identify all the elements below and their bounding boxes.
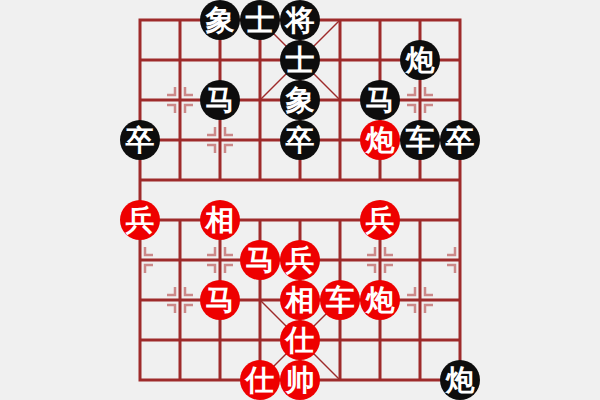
piece-black-soldier[interactable]: 卒 xyxy=(440,120,480,160)
piece-black-general[interactable]: 将 xyxy=(280,0,320,40)
piece-red-soldier[interactable]: 兵 xyxy=(280,240,320,280)
piece-black-soldier[interactable]: 卒 xyxy=(120,120,160,160)
piece-red-chariot[interactable]: 车 xyxy=(320,280,360,320)
xiangqi-board: 象士将士炮马象马卒卒炮车卒兵相兵马兵马相车炮仕仕帅炮 xyxy=(0,0,600,400)
piece-red-advisor[interactable]: 仕 xyxy=(280,320,320,360)
piece-red-cannon[interactable]: 炮 xyxy=(360,280,400,320)
piece-black-horse[interactable]: 马 xyxy=(360,80,400,120)
piece-black-horse[interactable]: 马 xyxy=(200,80,240,120)
piece-red-elephant[interactable]: 相 xyxy=(200,200,240,240)
piece-black-advisor[interactable]: 士 xyxy=(280,40,320,80)
piece-black-cannon[interactable]: 炮 xyxy=(400,40,440,80)
piece-red-horse[interactable]: 马 xyxy=(200,280,240,320)
piece-black-cannon[interactable]: 炮 xyxy=(440,360,480,400)
piece-red-cannon[interactable]: 炮 xyxy=(360,120,400,160)
piece-black-elephant[interactable]: 象 xyxy=(200,0,240,40)
piece-black-elephant[interactable]: 象 xyxy=(280,80,320,120)
piece-red-advisor[interactable]: 仕 xyxy=(240,360,280,400)
piece-black-advisor[interactable]: 士 xyxy=(240,0,280,40)
piece-red-soldier[interactable]: 兵 xyxy=(360,200,400,240)
piece-red-horse[interactable]: 马 xyxy=(240,240,280,280)
piece-black-soldier[interactable]: 卒 xyxy=(280,120,320,160)
piece-red-soldier[interactable]: 兵 xyxy=(120,200,160,240)
piece-black-chariot[interactable]: 车 xyxy=(400,120,440,160)
piece-red-elephant[interactable]: 相 xyxy=(280,280,320,320)
piece-red-general[interactable]: 帅 xyxy=(280,360,320,400)
